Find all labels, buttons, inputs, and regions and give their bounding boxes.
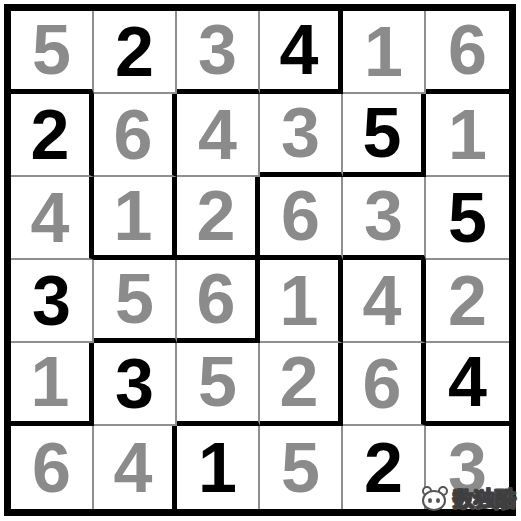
given-digit: 3 xyxy=(115,349,154,419)
given-digit: 4 xyxy=(448,347,487,417)
solved-digit: 5 xyxy=(115,264,154,334)
solved-digit: 4 xyxy=(198,100,237,170)
solved-digit: 4 xyxy=(31,183,70,253)
sudoku-board: 523416264351412635356142135264641523 xyxy=(4,4,516,516)
solved-digit: 3 xyxy=(364,181,403,251)
watermark-text: 数独酷 xyxy=(453,485,516,513)
given-digit: 2 xyxy=(115,17,154,87)
puzzle-image: 523416264351412635356142135264641523 数独酷 xyxy=(0,0,521,521)
solved-digit: 6 xyxy=(281,181,320,251)
solved-digit: 1 xyxy=(31,347,70,417)
cell-r4c2: 5 xyxy=(94,260,177,343)
cell-r5c5: 6 xyxy=(343,343,426,426)
cell-r3c3: 2 xyxy=(177,177,260,260)
cell-r1c3: 3 xyxy=(177,11,260,94)
solved-digit: 6 xyxy=(448,15,487,85)
cell-r3c5: 3 xyxy=(343,177,426,260)
given-digit: 3 xyxy=(32,266,71,336)
solved-digit: 6 xyxy=(114,100,153,170)
cell-r3c4: 6 xyxy=(260,177,343,260)
solved-digit: 1 xyxy=(448,100,487,170)
cell-r5c1: 1 xyxy=(11,343,94,426)
panda-face xyxy=(422,490,446,511)
given-digit: 5 xyxy=(363,98,402,168)
solved-digit: 5 xyxy=(198,347,237,417)
solved-digit: 1 xyxy=(364,17,403,87)
cell-r3c2: 1 xyxy=(94,177,177,260)
cell-r2c5: 5 xyxy=(343,94,426,177)
solved-digit: 2 xyxy=(197,181,236,251)
cell-r2c4: 3 xyxy=(260,94,343,177)
cell-r3c1: 4 xyxy=(11,177,94,260)
solved-digit: 1 xyxy=(280,266,319,336)
cell-r4c4: 1 xyxy=(260,260,343,343)
solved-digit: 3 xyxy=(198,15,237,85)
solved-digit: 1 xyxy=(114,181,153,251)
solved-digit: 2 xyxy=(280,347,319,417)
cell-r4c3: 6 xyxy=(177,260,260,343)
cell-r4c1: 3 xyxy=(11,260,94,343)
solved-digit: 3 xyxy=(281,98,320,168)
cell-r1c5: 1 xyxy=(343,11,426,94)
cell-r5c2: 3 xyxy=(94,343,177,426)
solved-digit: 6 xyxy=(32,433,71,503)
solved-digit: 6 xyxy=(363,349,402,419)
cell-r6c2: 4 xyxy=(94,426,177,509)
cell-r3c6: 5 xyxy=(426,177,509,260)
cell-r2c6: 1 xyxy=(426,94,509,177)
cell-r1c4: 4 xyxy=(260,11,343,94)
solved-digit: 6 xyxy=(197,264,236,334)
cell-r4c5: 4 xyxy=(343,260,426,343)
cell-r1c2: 2 xyxy=(94,11,177,94)
cell-r5c3: 5 xyxy=(177,343,260,426)
watermark: 数独酷 xyxy=(421,485,516,513)
cell-r6c5: 2 xyxy=(343,426,426,509)
cell-r1c1: 5 xyxy=(11,11,94,94)
cell-r2c1: 2 xyxy=(11,94,94,177)
panda-logo-icon xyxy=(421,486,451,512)
solved-digit: 5 xyxy=(281,433,320,503)
given-digit: 2 xyxy=(31,100,70,170)
cell-r6c3: 1 xyxy=(177,426,260,509)
cell-r2c3: 4 xyxy=(177,94,260,177)
solved-digit: 4 xyxy=(114,433,153,503)
solved-digit: 4 xyxy=(363,266,402,336)
cell-r6c4: 5 xyxy=(260,426,343,509)
cell-r5c4: 2 xyxy=(260,343,343,426)
panda-eye-right xyxy=(436,498,440,503)
solved-digit: 2 xyxy=(448,266,487,336)
given-digit: 1 xyxy=(198,433,237,503)
given-digit: 5 xyxy=(448,183,487,253)
cell-r4c6: 2 xyxy=(426,260,509,343)
panda-eye-left xyxy=(428,498,432,503)
cell-r2c2: 6 xyxy=(94,94,177,177)
given-digit: 4 xyxy=(280,15,319,85)
cell-r6c1: 6 xyxy=(11,426,94,509)
solved-digit: 5 xyxy=(32,15,71,85)
given-digit: 2 xyxy=(364,433,403,503)
cell-r1c6: 6 xyxy=(426,11,509,94)
cell-r5c6: 4 xyxy=(426,343,509,426)
